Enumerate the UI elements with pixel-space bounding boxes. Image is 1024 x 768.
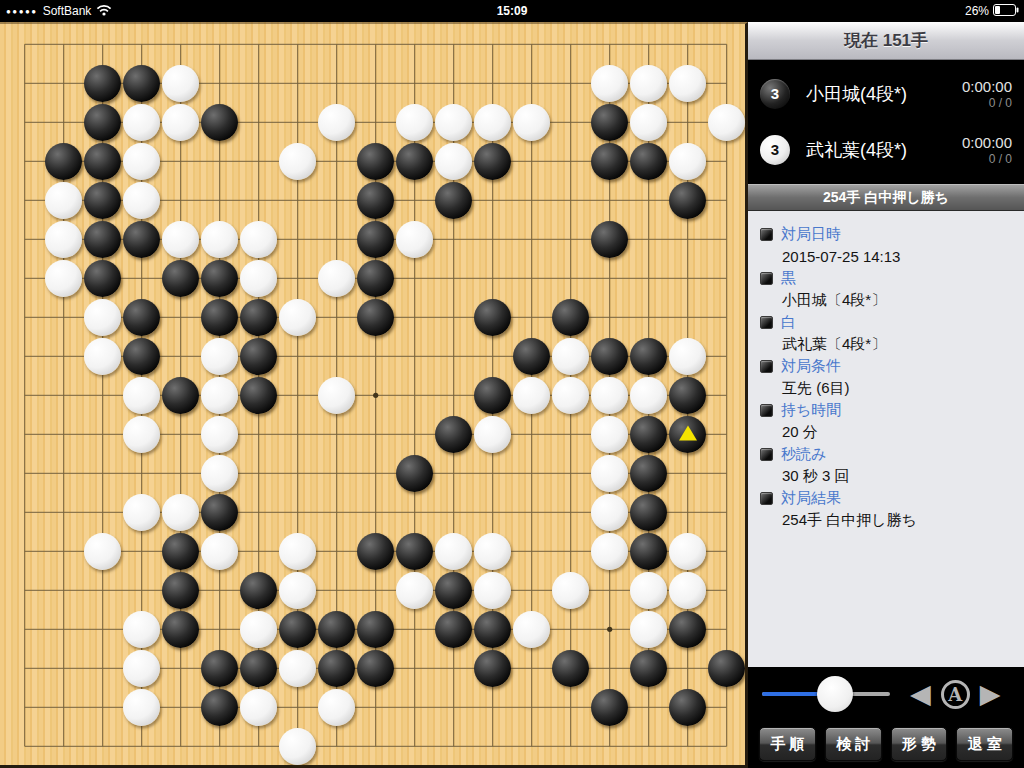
white-stone [123, 377, 160, 414]
white-stone [669, 143, 706, 180]
black-stone [318, 611, 355, 648]
black-stone [201, 260, 238, 297]
black-stone [201, 299, 238, 336]
black-stone [669, 377, 706, 414]
bullet-square-icon [760, 272, 773, 285]
white-stone [435, 533, 472, 570]
black-stone [591, 104, 628, 141]
info-value: 30 秒 3 回 [782, 465, 1014, 487]
black-stone [435, 572, 472, 609]
info-value: 互先 (6目) [782, 377, 1014, 399]
white-stone [591, 65, 628, 102]
white-stone [123, 104, 160, 141]
black-stone [669, 416, 706, 453]
next-move-button[interactable]: ▶ [974, 681, 1007, 708]
black-stone [240, 299, 277, 336]
white-stone [513, 611, 550, 648]
white-stone [669, 533, 706, 570]
white-stone [123, 143, 160, 180]
bullet-square-icon [760, 316, 773, 329]
previous-move-button[interactable]: ◀ [904, 681, 937, 708]
white-stone [45, 221, 82, 258]
white-stone [474, 416, 511, 453]
white-stone [240, 260, 277, 297]
territory-button[interactable]: 形勢 [891, 727, 948, 761]
black-stone [201, 104, 238, 141]
action-button-row: 手順 検討 形勢 退室 [748, 727, 1024, 761]
black-stone [630, 143, 667, 180]
black-stone [162, 572, 199, 609]
white-player-times: 0:00:00 0 / 0 [962, 134, 1012, 166]
replay-controls: ◀ A ▶ 手順 検討 形勢 退室 [748, 667, 1024, 768]
black-stone [474, 650, 511, 687]
black-stone [669, 182, 706, 219]
white-player-name: 武礼葉(4段*) [806, 138, 962, 162]
black-stone [435, 182, 472, 219]
black-stone [84, 104, 121, 141]
game-result-bar: 254手 白中押し勝ち [748, 184, 1024, 211]
black-stone [240, 338, 277, 375]
black-stone [357, 143, 394, 180]
black-stone [84, 221, 121, 258]
black-stone [279, 611, 316, 648]
exit-button[interactable]: 退室 [956, 727, 1013, 761]
info-item-black: 黒 小田城〔4段*〕 [760, 267, 1014, 311]
info-value: 20 分 [782, 421, 1014, 443]
white-stone [84, 533, 121, 570]
black-stone [123, 221, 160, 258]
white-stone [162, 221, 199, 258]
black-stone [591, 221, 628, 258]
black-stone [396, 533, 433, 570]
black-stone [552, 299, 589, 336]
sidebar: 現在 151手 3 小田城(4段*) 0:00:00 0 / 0 3 武礼葉(4… [748, 22, 1024, 768]
info-value: 小田城〔4段*〕 [782, 289, 1014, 311]
white-stone [396, 572, 433, 609]
white-captures-badge: 3 [760, 135, 790, 165]
white-stone [591, 416, 628, 453]
black-stone [84, 260, 121, 297]
white-stone [552, 572, 589, 609]
white-stone [318, 377, 355, 414]
player-panel: 3 小田城(4段*) 0:00:00 0 / 0 3 武礼葉(4段*) 0:00… [748, 60, 1024, 184]
black-stone [591, 689, 628, 726]
black-stone [396, 455, 433, 492]
black-clock: 0:00:00 [962, 78, 1012, 95]
replay-slider-row: ◀ A ▶ [748, 667, 1024, 721]
white-stone [279, 572, 316, 609]
black-stone [84, 143, 121, 180]
white-stone [123, 611, 160, 648]
white-stone [630, 104, 667, 141]
white-stone [318, 689, 355, 726]
white-stone [279, 143, 316, 180]
black-stone [474, 611, 511, 648]
black-stone [123, 65, 160, 102]
bullet-square-icon [760, 448, 773, 461]
black-stone [435, 611, 472, 648]
slider-knob[interactable] [817, 676, 853, 712]
info-label: 白 [781, 313, 796, 332]
black-stone [474, 377, 511, 414]
black-stone [591, 143, 628, 180]
info-item-main-time: 持ち時間 20 分 [760, 399, 1014, 443]
info-value: 2015-07-25 14:13 [782, 245, 1014, 267]
white-stone [591, 377, 628, 414]
white-stone [201, 533, 238, 570]
white-stone [318, 260, 355, 297]
black-player-name: 小田城(4段*) [806, 82, 962, 106]
white-stone [474, 104, 511, 141]
black-stone [630, 416, 667, 453]
white-stone [669, 338, 706, 375]
white-stone [123, 494, 160, 531]
black-stone [201, 689, 238, 726]
black-player-times: 0:00:00 0 / 0 [962, 78, 1012, 110]
white-stone [123, 689, 160, 726]
black-stone [630, 650, 667, 687]
black-stone [357, 260, 394, 297]
black-stone [474, 143, 511, 180]
white-stone [513, 104, 550, 141]
move-slider[interactable] [762, 676, 890, 712]
black-stone [630, 338, 667, 375]
analyze-button[interactable]: 検討 [825, 727, 882, 761]
white-stone [318, 104, 355, 141]
white-stone [240, 611, 277, 648]
bullet-square-icon [760, 404, 773, 417]
white-stone [630, 377, 667, 414]
black-stone [201, 494, 238, 531]
white-stone [474, 572, 511, 609]
black-stone [162, 377, 199, 414]
autoplay-button[interactable]: A [941, 680, 970, 709]
star-point [373, 393, 378, 398]
info-item-result: 対局結果 254手 白中押し勝ち [760, 487, 1014, 531]
black-stone [474, 299, 511, 336]
white-stone [591, 533, 628, 570]
black-stone [240, 650, 277, 687]
black-stone [591, 338, 628, 375]
white-stone [162, 494, 199, 531]
moves-button[interactable]: 手順 [759, 727, 816, 761]
info-item-conditions: 対局条件 互先 (6目) [760, 355, 1014, 399]
white-byoyomi: 0 / 0 [962, 152, 1012, 166]
white-stone [45, 182, 82, 219]
bullet-square-icon [760, 360, 773, 373]
game-info-panel: 対局日時 2015-07-25 14:13 黒 小田城〔4段*〕 白 武礼葉〔4… [748, 211, 1024, 667]
black-stone [123, 299, 160, 336]
black-stone [318, 650, 355, 687]
white-stone [591, 455, 628, 492]
white-stone [45, 260, 82, 297]
white-stone [630, 611, 667, 648]
white-stone [123, 416, 160, 453]
black-stone [552, 650, 589, 687]
white-stone [396, 221, 433, 258]
black-stone [162, 533, 199, 570]
white-stone [123, 650, 160, 687]
black-stone [45, 143, 82, 180]
app-screen: ●●●●● SoftBank 15:09 26% 現在 151手 3 小田城(4… [0, 0, 1024, 768]
white-stone [435, 143, 472, 180]
black-stone [669, 689, 706, 726]
last-move-marker [679, 426, 697, 441]
star-point [607, 627, 612, 632]
white-stone [162, 104, 199, 141]
black-stone [357, 182, 394, 219]
info-label: 秒読み [781, 445, 826, 464]
status-bar: ●●●●● SoftBank 15:09 26% [0, 0, 1024, 22]
white-stone [201, 221, 238, 258]
white-stone [201, 455, 238, 492]
white-stone [84, 338, 121, 375]
status-right: 26% [965, 0, 1019, 22]
black-stone [357, 611, 394, 648]
white-stone [201, 416, 238, 453]
black-stone [396, 143, 433, 180]
bullet-square-icon [760, 492, 773, 505]
black-stone [669, 611, 706, 648]
info-label: 対局結果 [781, 489, 841, 508]
clock: 15:09 [0, 4, 1024, 18]
black-stone [201, 650, 238, 687]
black-stone [357, 299, 394, 336]
battery-icon [993, 4, 1019, 19]
white-stone [513, 377, 550, 414]
black-stone [357, 650, 394, 687]
white-stone [201, 377, 238, 414]
white-stone [201, 338, 238, 375]
white-stone [84, 299, 121, 336]
black-stone [630, 494, 667, 531]
white-stone [396, 104, 433, 141]
black-stone [357, 533, 394, 570]
black-stone [123, 338, 160, 375]
white-stone [552, 377, 589, 414]
go-board[interactable] [0, 22, 748, 768]
black-captures-badge: 3 [760, 79, 790, 109]
black-stone [84, 65, 121, 102]
black-stone [240, 572, 277, 609]
black-stone [84, 182, 121, 219]
battery-percent: 26% [965, 4, 989, 18]
info-label: 黒 [781, 269, 796, 288]
white-stone [474, 533, 511, 570]
white-stone [162, 65, 199, 102]
white-stone [435, 104, 472, 141]
black-stone [630, 533, 667, 570]
black-stone [513, 338, 550, 375]
white-stone [279, 650, 316, 687]
white-stone [279, 728, 316, 765]
white-stone [123, 182, 160, 219]
white-stone [279, 299, 316, 336]
info-label: 対局日時 [781, 225, 841, 244]
white-stone [669, 65, 706, 102]
white-clock: 0:00:00 [962, 134, 1012, 151]
info-value: 254手 白中押し勝ち [782, 509, 1014, 531]
info-item-byoyomi: 秒読み 30 秒 3 回 [760, 443, 1014, 487]
info-value: 武礼葉〔4段*〕 [782, 333, 1014, 355]
black-stone [240, 377, 277, 414]
bullet-square-icon [760, 228, 773, 241]
white-stone [630, 572, 667, 609]
info-label: 持ち時間 [781, 401, 841, 420]
white-stone [240, 689, 277, 726]
white-stone [630, 65, 667, 102]
white-stone [708, 104, 745, 141]
move-counter-header: 現在 151手 [748, 22, 1024, 60]
black-stone [708, 650, 745, 687]
white-player-row: 3 武礼葉(4段*) 0:00:00 0 / 0 [748, 122, 1024, 178]
black-player-row: 3 小田城(4段*) 0:00:00 0 / 0 [748, 66, 1024, 122]
white-stone [279, 533, 316, 570]
black-stone [162, 260, 199, 297]
white-stone [240, 221, 277, 258]
info-label: 対局条件 [781, 357, 841, 376]
black-byoyomi: 0 / 0 [962, 96, 1012, 110]
white-stone [669, 572, 706, 609]
white-stone [591, 494, 628, 531]
black-stone [435, 416, 472, 453]
info-item-date: 対局日時 2015-07-25 14:13 [760, 223, 1014, 267]
info-item-white: 白 武礼葉〔4段*〕 [760, 311, 1014, 355]
black-stone [630, 455, 667, 492]
black-stone [162, 611, 199, 648]
white-stone [552, 338, 589, 375]
black-stone [357, 221, 394, 258]
